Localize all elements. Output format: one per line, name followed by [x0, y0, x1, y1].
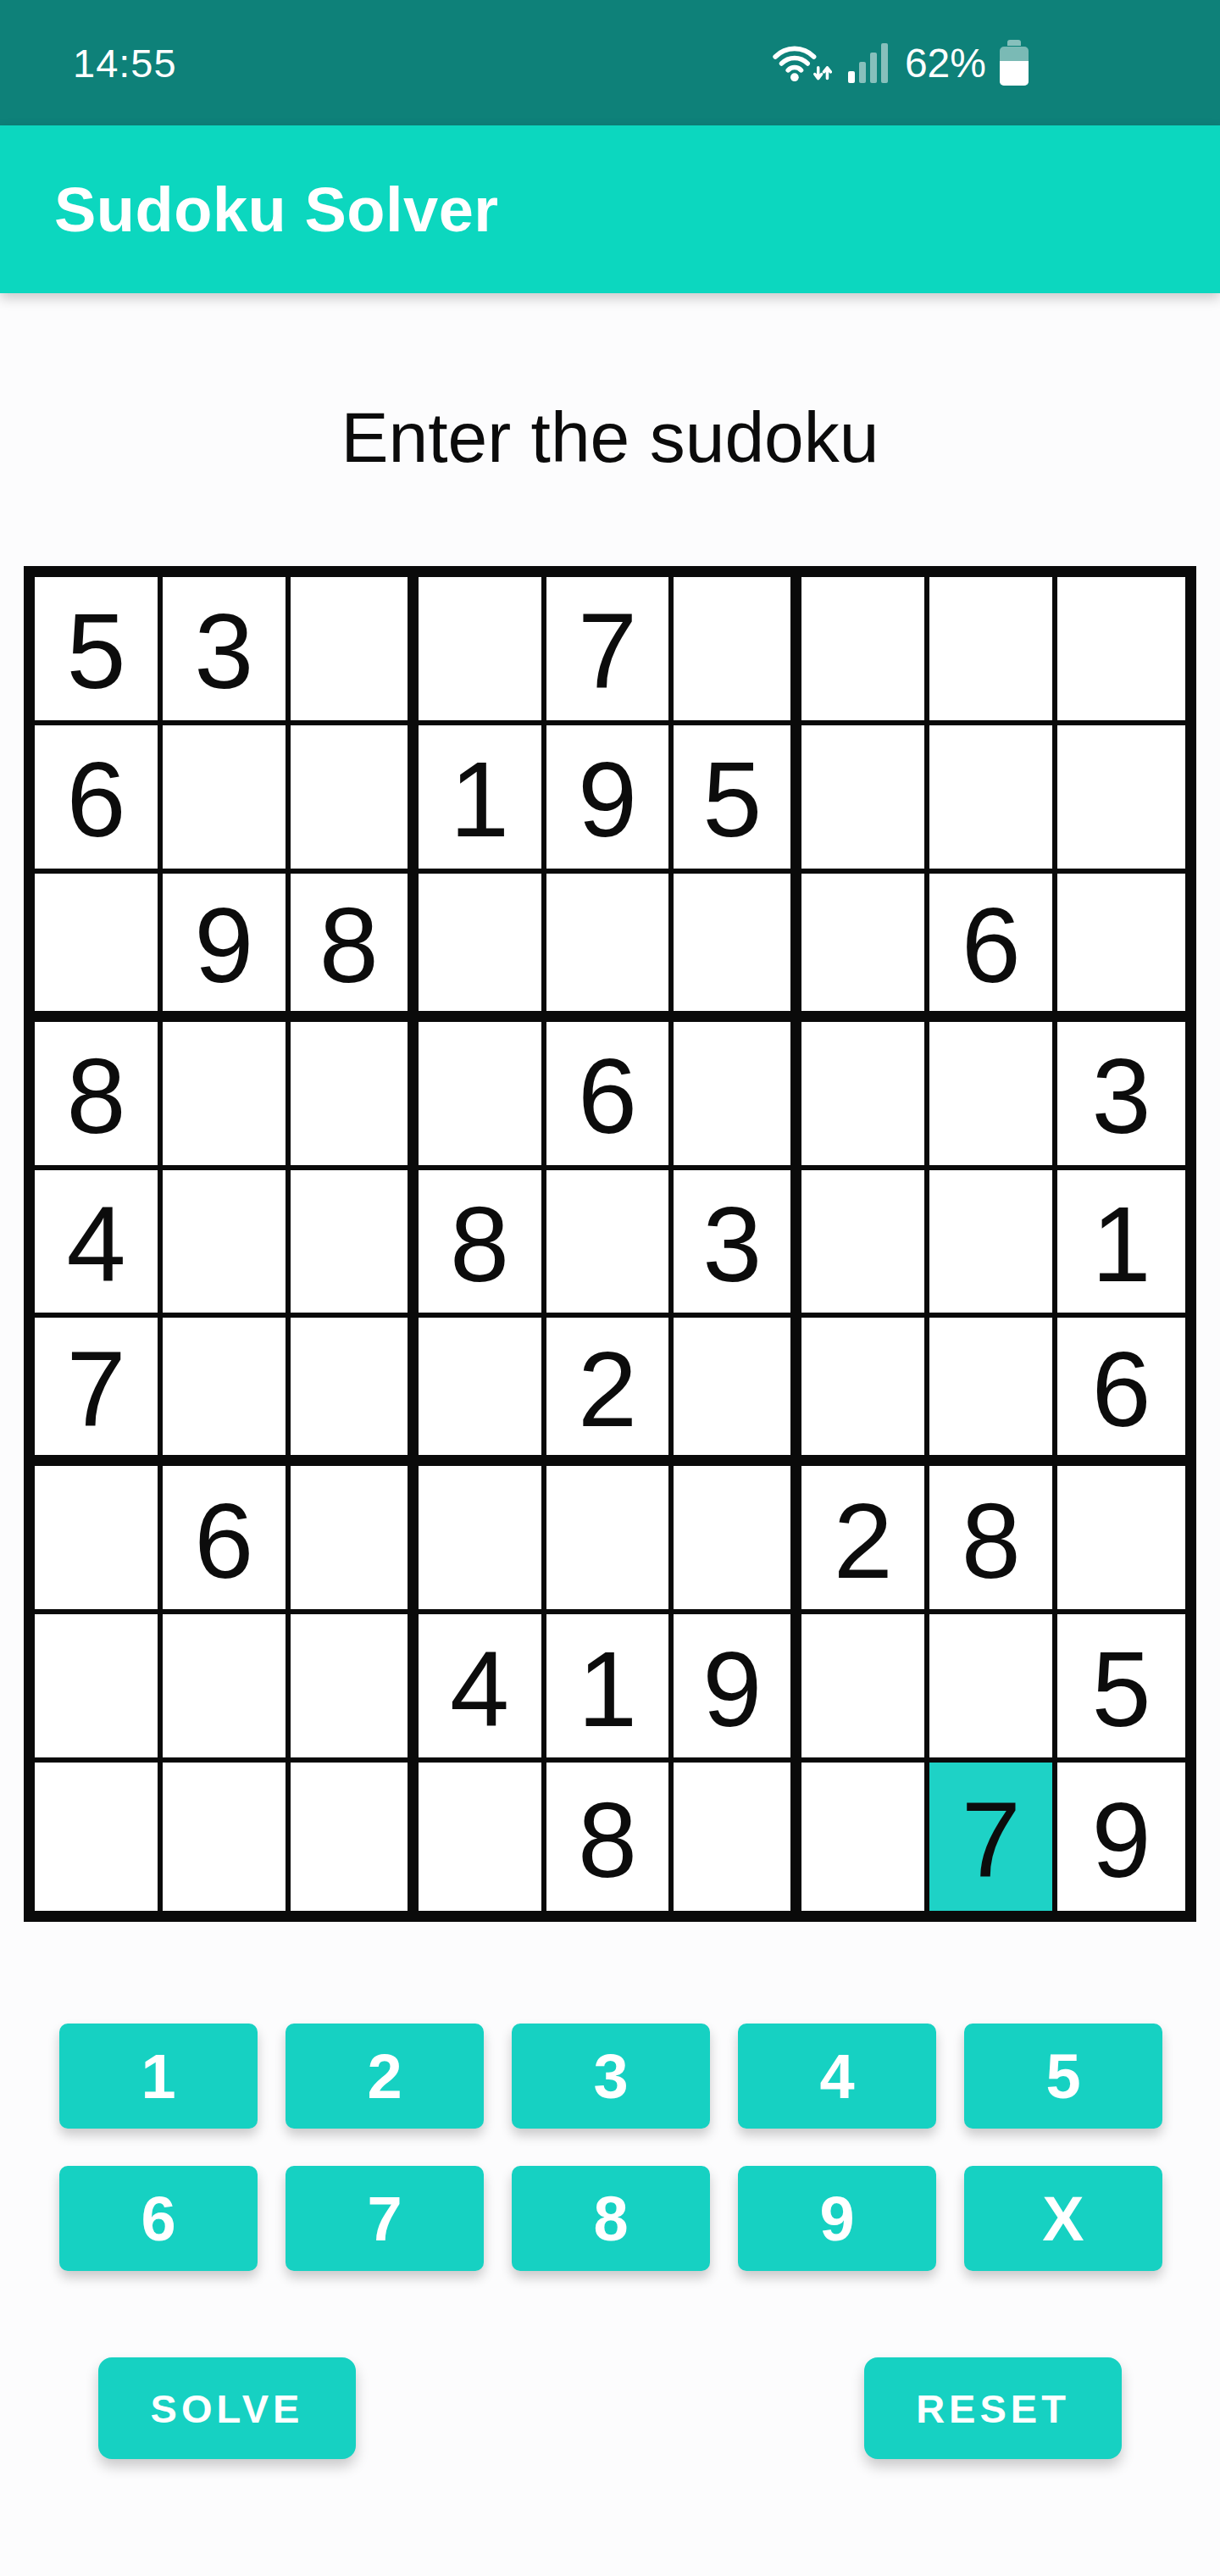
sudoku-cell-r3c8[interactable]: 6: [929, 874, 1057, 1022]
sudoku-cell-r1c6[interactable]: [674, 577, 801, 725]
sudoku-cell-r9c9[interactable]: 9: [1057, 1763, 1185, 1911]
sudoku-cell-r3c6[interactable]: [674, 874, 801, 1022]
sudoku-cell-r5c5[interactable]: [546, 1170, 674, 1319]
sudoku-cell-r9c2[interactable]: [163, 1763, 291, 1911]
sudoku-cell-r5c8[interactable]: [929, 1170, 1057, 1319]
sudoku-cell-r8c2[interactable]: [163, 1614, 291, 1763]
sudoku-cell-r6c1[interactable]: 7: [35, 1318, 163, 1466]
sudoku-cell-r9c1[interactable]: [35, 1763, 163, 1911]
sudoku-cell-r3c4[interactable]: [419, 874, 546, 1022]
sudoku-cell-r9c3[interactable]: [291, 1763, 419, 1911]
key-4[interactable]: 4: [738, 2024, 936, 2129]
sudoku-cell-r6c9[interactable]: 6: [1057, 1318, 1185, 1466]
sudoku-cell-r8c5[interactable]: 1: [546, 1614, 674, 1763]
sudoku-cell-r4c5[interactable]: 6: [546, 1022, 674, 1170]
sudoku-cell-r9c4[interactable]: [419, 1763, 546, 1911]
sudoku-cell-r7c2[interactable]: 6: [163, 1466, 291, 1614]
sudoku-cell-r2c3[interactable]: [291, 725, 419, 874]
sudoku-cell-r2c6[interactable]: 5: [674, 725, 801, 874]
key-5[interactable]: 5: [964, 2024, 1162, 2129]
battery-icon: [1000, 40, 1029, 86]
sudoku-cell-r4c9[interactable]: 3: [1057, 1022, 1185, 1170]
key-9[interactable]: 9: [738, 2166, 936, 2271]
sudoku-cell-r6c4[interactable]: [419, 1318, 546, 1466]
sudoku-cell-r1c7[interactable]: [801, 577, 929, 725]
sudoku-cell-r8c9[interactable]: 5: [1057, 1614, 1185, 1763]
sudoku-cell-r1c2[interactable]: 3: [163, 577, 291, 725]
sudoku-cell-r9c7[interactable]: [801, 1763, 929, 1911]
sudoku-cell-r7c4[interactable]: [419, 1466, 546, 1614]
sudoku-cell-r5c7[interactable]: [801, 1170, 929, 1319]
sudoku-cell-r3c2[interactable]: 9: [163, 874, 291, 1022]
sudoku-cell-r7c5[interactable]: [546, 1466, 674, 1614]
wifi-icon: [771, 39, 832, 86]
sudoku-cell-r6c6[interactable]: [674, 1318, 801, 1466]
status-bar: 14:55 62%: [0, 0, 1220, 125]
key-7[interactable]: 7: [286, 2166, 484, 2271]
sudoku-cell-r7c3[interactable]: [291, 1466, 419, 1614]
sudoku-cell-r7c7[interactable]: 2: [801, 1466, 929, 1614]
sudoku-cell-r5c4[interactable]: 8: [419, 1170, 546, 1319]
solve-button[interactable]: SOLVE: [98, 2357, 356, 2459]
signal-strength-icon: [844, 42, 888, 83]
sudoku-cell-r8c6[interactable]: 9: [674, 1614, 801, 1763]
sudoku-cell-r4c4[interactable]: [419, 1022, 546, 1170]
sudoku-cell-r8c8[interactable]: [929, 1614, 1057, 1763]
reset-button[interactable]: RESET: [864, 2357, 1122, 2459]
sudoku-cell-r5c2[interactable]: [163, 1170, 291, 1319]
sudoku-cell-r1c1[interactable]: 5: [35, 577, 163, 725]
sudoku-cell-r6c2[interactable]: [163, 1318, 291, 1466]
sudoku-cell-r1c3[interactable]: [291, 577, 419, 725]
sudoku-cell-r1c8[interactable]: [929, 577, 1057, 725]
sudoku-cell-r1c4[interactable]: [419, 577, 546, 725]
key-8[interactable]: 8: [512, 2166, 710, 2271]
sudoku-cell-r6c7[interactable]: [801, 1318, 929, 1466]
sudoku-cell-r5c6[interactable]: 3: [674, 1170, 801, 1319]
sudoku-cell-r5c1[interactable]: 4: [35, 1170, 163, 1319]
status-time: 14:55: [73, 40, 177, 86]
sudoku-cell-r9c6[interactable]: [674, 1763, 801, 1911]
page-heading: Enter the sudoku: [0, 397, 1220, 479]
keypad-row-2: 6789X: [59, 2166, 1162, 2271]
sudoku-cell-r4c6[interactable]: [674, 1022, 801, 1170]
sudoku-cell-r7c6[interactable]: [674, 1466, 801, 1614]
sudoku-cell-r2c4[interactable]: 1: [419, 725, 546, 874]
sudoku-cell-r7c1[interactable]: [35, 1466, 163, 1614]
battery-body: [1000, 47, 1029, 86]
sudoku-cell-r3c3[interactable]: 8: [291, 874, 419, 1022]
status-icon-cluster: 62%: [771, 39, 1029, 86]
sudoku-cell-r1c5[interactable]: 7: [546, 577, 674, 725]
sudoku-cell-r3c9[interactable]: [1057, 874, 1185, 1022]
key-6[interactable]: 6: [59, 2166, 258, 2271]
sudoku-cell-r3c7[interactable]: [801, 874, 929, 1022]
sudoku-cell-r8c1[interactable]: [35, 1614, 163, 1763]
sudoku-cell-r2c5[interactable]: 9: [546, 725, 674, 874]
sudoku-cell-r4c2[interactable]: [163, 1022, 291, 1170]
sudoku-cell-r2c1[interactable]: 6: [35, 725, 163, 874]
sudoku-cell-r6c3[interactable]: [291, 1318, 419, 1466]
sudoku-cell-r9c8[interactable]: 7: [929, 1763, 1057, 1911]
sudoku-cell-r6c8[interactable]: [929, 1318, 1057, 1466]
sudoku-cell-r8c3[interactable]: [291, 1614, 419, 1763]
sudoku-cell-r8c4[interactable]: 4: [419, 1614, 546, 1763]
sudoku-cell-r4c8[interactable]: [929, 1022, 1057, 1170]
sudoku-cell-r8c7[interactable]: [801, 1614, 929, 1763]
sudoku-cell-r6c5[interactable]: 2: [546, 1318, 674, 1466]
battery-fill: [1000, 61, 1029, 86]
sudoku-cell-r4c3[interactable]: [291, 1022, 419, 1170]
sudoku-cell-r7c9[interactable]: [1057, 1466, 1185, 1614]
key-2[interactable]: 2: [286, 2024, 484, 2129]
sudoku-cell-r2c9[interactable]: [1057, 725, 1185, 874]
sudoku-cell-r3c1[interactable]: [35, 874, 163, 1022]
key-clear[interactable]: X: [964, 2166, 1162, 2271]
screen: 14:55 62%: [0, 0, 1220, 2576]
battery-cap: [1007, 40, 1021, 46]
sudoku-cell-r2c7[interactable]: [801, 725, 929, 874]
app-bar: Sudoku Solver: [0, 125, 1220, 293]
battery-percent-label: 62%: [905, 40, 986, 86]
sudoku-board: 537619598686348317266284195879: [24, 566, 1196, 1922]
sudoku-cell-r7c8[interactable]: 8: [929, 1466, 1057, 1614]
sudoku-cell-r5c3[interactable]: [291, 1170, 419, 1319]
key-1[interactable]: 1: [59, 2024, 258, 2129]
sudoku-cell-r4c7[interactable]: [801, 1022, 929, 1170]
sudoku-cell-r9c5[interactable]: 8: [546, 1763, 674, 1911]
keypad-row-1: 12345: [59, 2024, 1162, 2129]
sudoku-cell-r2c8[interactable]: [929, 725, 1057, 874]
sudoku-cell-r4c1[interactable]: 8: [35, 1022, 163, 1170]
sudoku-cell-r1c9[interactable]: [1057, 577, 1185, 725]
sudoku-cell-r3c5[interactable]: [546, 874, 674, 1022]
sudoku-cell-r5c9[interactable]: 1: [1057, 1170, 1185, 1319]
key-3[interactable]: 3: [512, 2024, 710, 2129]
app-title: Sudoku Solver: [54, 174, 499, 246]
sudoku-cell-r2c2[interactable]: [163, 725, 291, 874]
